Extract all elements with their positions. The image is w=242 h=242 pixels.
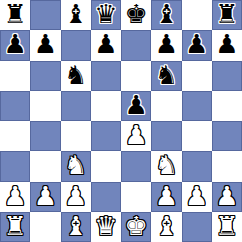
piece-white-pawn: ♟: [3, 182, 26, 211]
square-f6[interactable]: ♞: [151, 61, 181, 91]
piece-black-queen: ♛: [94, 0, 117, 29]
square-c8[interactable]: ♝: [61, 0, 91, 30]
square-d3[interactable]: [91, 151, 121, 181]
square-e7[interactable]: [121, 30, 151, 60]
square-f8[interactable]: ♝: [151, 0, 181, 30]
square-e2[interactable]: [121, 182, 151, 212]
piece-black-pawn: ♟: [3, 30, 26, 59]
square-g2[interactable]: ♟: [182, 182, 212, 212]
board-wrapper: ♜♝♛♚♝♜♟♟♟♟♟♟♞♞♟♟♞♞♟♟♟♟♟♟♜♝♛♚♝♜: [0, 0, 242, 242]
square-h3[interactable]: [212, 151, 242, 181]
square-b8[interactable]: [30, 0, 60, 30]
piece-white-bishop: ♝: [64, 212, 87, 241]
square-c7[interactable]: [61, 30, 91, 60]
square-b2[interactable]: ♟: [30, 182, 60, 212]
square-b4[interactable]: [30, 121, 60, 151]
square-b7[interactable]: ♟: [30, 30, 60, 60]
square-h6[interactable]: [212, 61, 242, 91]
piece-black-bishop: ♝: [64, 0, 87, 29]
piece-white-pawn: ♟: [124, 121, 147, 150]
square-f5[interactable]: [151, 91, 181, 121]
piece-white-knight: ♞: [64, 151, 87, 180]
square-a3[interactable]: [0, 151, 30, 181]
square-g3[interactable]: [182, 151, 212, 181]
square-a5[interactable]: [0, 91, 30, 121]
piece-black-pawn: ♟: [215, 30, 238, 59]
piece-black-knight: ♞: [64, 61, 87, 90]
square-b3[interactable]: [30, 151, 60, 181]
square-d8[interactable]: ♛: [91, 0, 121, 30]
square-d1[interactable]: ♛: [91, 212, 121, 242]
square-g5[interactable]: [182, 91, 212, 121]
piece-black-pawn: ♟: [155, 30, 178, 59]
square-d2[interactable]: [91, 182, 121, 212]
piece-black-rook: ♜: [215, 0, 238, 29]
square-d7[interactable]: ♟: [91, 30, 121, 60]
square-h8[interactable]: ♜: [212, 0, 242, 30]
square-g4[interactable]: [182, 121, 212, 151]
piece-white-pawn: ♟: [155, 182, 178, 211]
square-c4[interactable]: [61, 121, 91, 151]
square-h2[interactable]: ♟: [212, 182, 242, 212]
square-b1[interactable]: [30, 212, 60, 242]
square-h5[interactable]: [212, 91, 242, 121]
piece-black-king: ♚: [124, 0, 147, 29]
piece-black-knight: ♞: [155, 61, 178, 90]
square-c1[interactable]: ♝: [61, 212, 91, 242]
square-h1[interactable]: ♜: [212, 212, 242, 242]
square-a2[interactable]: ♟: [0, 182, 30, 212]
square-c5[interactable]: [61, 91, 91, 121]
square-f7[interactable]: ♟: [151, 30, 181, 60]
square-c2[interactable]: ♟: [61, 182, 91, 212]
square-a4[interactable]: [0, 121, 30, 151]
piece-white-pawn: ♟: [215, 182, 238, 211]
square-a8[interactable]: ♜: [0, 0, 30, 30]
square-c3[interactable]: ♞: [61, 151, 91, 181]
piece-white-rook: ♜: [3, 212, 26, 241]
square-a6[interactable]: [0, 61, 30, 91]
chess-board: ♜♝♛♚♝♜♟♟♟♟♟♟♞♞♟♟♞♞♟♟♟♟♟♟♜♝♛♚♝♜: [0, 0, 242, 242]
piece-black-pawn: ♟: [94, 30, 117, 59]
square-e1[interactable]: ♚: [121, 212, 151, 242]
square-e4[interactable]: ♟: [121, 121, 151, 151]
square-g6[interactable]: [182, 61, 212, 91]
piece-white-knight: ♞: [155, 151, 178, 180]
square-c6[interactable]: ♞: [61, 61, 91, 91]
piece-black-rook: ♜: [3, 0, 26, 29]
square-b5[interactable]: [30, 91, 60, 121]
piece-white-pawn: ♟: [64, 182, 87, 211]
piece-black-pawn: ♟: [34, 30, 57, 59]
square-h4[interactable]: [212, 121, 242, 151]
square-g8[interactable]: [182, 0, 212, 30]
piece-white-bishop: ♝: [155, 212, 178, 241]
square-d5[interactable]: [91, 91, 121, 121]
square-b6[interactable]: [30, 61, 60, 91]
square-e3[interactable]: [121, 151, 151, 181]
square-a1[interactable]: ♜: [0, 212, 30, 242]
square-f4[interactable]: [151, 121, 181, 151]
square-g1[interactable]: [182, 212, 212, 242]
square-f1[interactable]: ♝: [151, 212, 181, 242]
piece-white-pawn: ♟: [185, 182, 208, 211]
piece-black-pawn: ♟: [185, 30, 208, 59]
square-g7[interactable]: ♟: [182, 30, 212, 60]
square-d4[interactable]: [91, 121, 121, 151]
piece-white-rook: ♜: [215, 212, 238, 241]
square-f2[interactable]: ♟: [151, 182, 181, 212]
square-a7[interactable]: ♟: [0, 30, 30, 60]
piece-white-king: ♚: [124, 212, 147, 241]
square-e5[interactable]: ♟: [121, 91, 151, 121]
square-d6[interactable]: [91, 61, 121, 91]
square-e6[interactable]: [121, 61, 151, 91]
piece-white-queen: ♛: [94, 212, 117, 241]
piece-black-pawn: ♟: [124, 91, 147, 120]
square-h7[interactable]: ♟: [212, 30, 242, 60]
piece-white-pawn: ♟: [34, 182, 57, 211]
square-f3[interactable]: ♞: [151, 151, 181, 181]
piece-black-bishop: ♝: [155, 0, 178, 29]
square-e8[interactable]: ♚: [121, 0, 151, 30]
